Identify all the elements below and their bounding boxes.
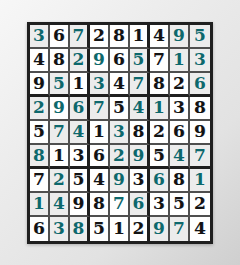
cell-r7c1[interactable]: 7 [30,169,50,193]
cell-r3c9[interactable]: 6 [190,73,210,97]
cell-r5c1[interactable]: 5 [30,121,50,145]
cell-r5c9[interactable]: 9 [190,121,210,145]
cell-r1c3[interactable]: 7 [70,25,90,49]
cell-r6c3[interactable]: 3 [70,145,90,169]
cell-r6c1[interactable]: 8 [30,145,50,169]
cell-r6c5[interactable]: 2 [110,145,130,169]
cell-r4c8[interactable]: 3 [170,97,190,121]
cell-r2c2[interactable]: 8 [50,49,70,73]
sudoku-board: 3672814954829657139513478262967541385741… [27,22,213,244]
cell-r9c5[interactable]: 1 [110,217,130,241]
cell-r1c9[interactable]: 5 [190,25,210,49]
cell-r1c4[interactable]: 2 [90,25,110,49]
cell-r2c9[interactable]: 3 [190,49,210,73]
cell-r3c8[interactable]: 2 [170,73,190,97]
cell-r7c8[interactable]: 8 [170,169,190,193]
cell-r9c3[interactable]: 8 [70,217,90,241]
cell-r3c2[interactable]: 5 [50,73,70,97]
cell-r4c5[interactable]: 5 [110,97,130,121]
cell-r7c4[interactable]: 4 [90,169,110,193]
cell-r4c4[interactable]: 7 [90,97,110,121]
cell-r6c2[interactable]: 1 [50,145,70,169]
cell-r3c6[interactable]: 7 [130,73,150,97]
cell-r1c5[interactable]: 8 [110,25,130,49]
cell-r4c3[interactable]: 6 [70,97,90,121]
cell-r2c6[interactable]: 5 [130,49,150,73]
cell-r2c8[interactable]: 1 [170,49,190,73]
cell-r8c8[interactable]: 5 [170,193,190,217]
cell-r4c6[interactable]: 4 [130,97,150,121]
cell-r7c9[interactable]: 1 [190,169,210,193]
cell-r2c7[interactable]: 7 [150,49,170,73]
cell-r5c4[interactable]: 1 [90,121,110,145]
cell-r7c5[interactable]: 9 [110,169,130,193]
cell-r1c6[interactable]: 1 [130,25,150,49]
cell-r8c6[interactable]: 6 [130,193,150,217]
cell-r8c4[interactable]: 8 [90,193,110,217]
cell-r6c8[interactable]: 4 [170,145,190,169]
cell-r2c5[interactable]: 6 [110,49,130,73]
cell-r9c9[interactable]: 4 [190,217,210,241]
cell-r5c6[interactable]: 8 [130,121,150,145]
cell-r3c7[interactable]: 8 [150,73,170,97]
cell-r6c7[interactable]: 5 [150,145,170,169]
cell-r5c3[interactable]: 4 [70,121,90,145]
cell-r7c6[interactable]: 3 [130,169,150,193]
cell-r6c6[interactable]: 9 [130,145,150,169]
cell-r7c2[interactable]: 2 [50,169,70,193]
cell-r8c9[interactable]: 2 [190,193,210,217]
cell-r8c5[interactable]: 7 [110,193,130,217]
cell-r2c3[interactable]: 2 [70,49,90,73]
cell-r5c5[interactable]: 3 [110,121,130,145]
cell-r2c4[interactable]: 9 [90,49,110,73]
cell-r4c2[interactable]: 9 [50,97,70,121]
cell-r6c4[interactable]: 6 [90,145,110,169]
cell-r9c6[interactable]: 2 [130,217,150,241]
cell-r8c1[interactable]: 1 [30,193,50,217]
cell-r8c3[interactable]: 9 [70,193,90,217]
cell-r6c9[interactable]: 7 [190,145,210,169]
cell-r9c1[interactable]: 6 [30,217,50,241]
cell-r5c2[interactable]: 7 [50,121,70,145]
cell-r4c7[interactable]: 1 [150,97,170,121]
cell-r1c2[interactable]: 6 [50,25,70,49]
cell-r3c4[interactable]: 3 [90,73,110,97]
cell-r5c8[interactable]: 6 [170,121,190,145]
cell-r3c5[interactable]: 4 [110,73,130,97]
cell-r1c1[interactable]: 3 [30,25,50,49]
cell-r2c1[interactable]: 4 [30,49,50,73]
cell-r8c7[interactable]: 3 [150,193,170,217]
cell-r9c7[interactable]: 9 [150,217,170,241]
cell-r9c8[interactable]: 7 [170,217,190,241]
cell-r1c7[interactable]: 4 [150,25,170,49]
cell-r9c4[interactable]: 5 [90,217,110,241]
cell-r9c2[interactable]: 3 [50,217,70,241]
cell-r8c2[interactable]: 4 [50,193,70,217]
cell-r5c7[interactable]: 2 [150,121,170,145]
cell-r3c3[interactable]: 1 [70,73,90,97]
cell-r7c3[interactable]: 5 [70,169,90,193]
page-background: 3672814954829657139513478262967541385741… [0,0,240,265]
cell-r4c9[interactable]: 8 [190,97,210,121]
cell-r3c1[interactable]: 9 [30,73,50,97]
cell-r4c1[interactable]: 2 [30,97,50,121]
cell-r1c8[interactable]: 9 [170,25,190,49]
cell-r7c7[interactable]: 6 [150,169,170,193]
